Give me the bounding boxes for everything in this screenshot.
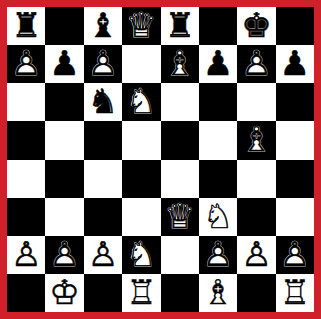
- square-b6[interactable]: [45, 83, 83, 121]
- piece-body: ♞: [88, 84, 118, 118]
- square-a6[interactable]: [7, 83, 45, 121]
- square-f3[interactable]: ♞♘: [199, 198, 237, 236]
- square-d5[interactable]: [122, 121, 160, 159]
- square-f2[interactable]: ♟♙: [199, 236, 237, 274]
- white-pawn: ♟♙: [199, 236, 237, 274]
- piece-outline: ♙: [241, 46, 271, 80]
- piece-outline: ♙: [88, 237, 118, 271]
- square-b3[interactable]: [45, 198, 83, 236]
- square-f7[interactable]: ♟: [199, 45, 237, 83]
- piece-outline: ♗: [164, 46, 194, 80]
- piece-outline: ♘: [126, 84, 156, 118]
- square-d7[interactable]: [122, 45, 160, 83]
- square-h5[interactable]: [276, 121, 314, 159]
- square-e2[interactable]: [161, 236, 199, 274]
- square-b7[interactable]: ♟: [45, 45, 83, 83]
- white-knight: ♞♘: [122, 236, 160, 274]
- white-pawn: ♟♙: [276, 236, 314, 274]
- piece-outline: ♖: [126, 275, 156, 309]
- piece-body: ♟: [280, 46, 310, 80]
- piece-outline: ♙: [203, 237, 233, 271]
- piece-body: ♟: [49, 46, 79, 80]
- black-rook: ♜: [7, 7, 45, 45]
- piece-outline: ♕: [126, 8, 156, 42]
- square-h1[interactable]: ♜♖: [276, 274, 314, 312]
- white-knight: ♞♘: [199, 198, 237, 236]
- square-h3[interactable]: [276, 198, 314, 236]
- square-b2[interactable]: ♟♙: [45, 236, 83, 274]
- white-bishop: ♝♗: [237, 121, 275, 159]
- white-king: ♚♔: [45, 274, 83, 312]
- square-c2[interactable]: ♟♙: [84, 236, 122, 274]
- square-a8[interactable]: ♜: [7, 7, 45, 45]
- square-h8[interactable]: [276, 7, 314, 45]
- piece-outline: ♔: [49, 275, 79, 309]
- white-queen: ♛♕: [122, 7, 160, 45]
- piece-outline: ♙: [49, 237, 79, 271]
- piece-body: ♜: [11, 8, 41, 42]
- square-g8[interactable]: ♚: [237, 7, 275, 45]
- white-bishop: ♝♗: [199, 274, 237, 312]
- piece-outline: ♘: [126, 237, 156, 271]
- square-d4[interactable]: [122, 160, 160, 198]
- piece-outline: ♕: [164, 199, 194, 233]
- square-c7[interactable]: ♟♙: [84, 45, 122, 83]
- square-a3[interactable]: [7, 198, 45, 236]
- white-pawn: ♟♙: [84, 45, 122, 83]
- square-b5[interactable]: [45, 121, 83, 159]
- square-e5[interactable]: [161, 121, 199, 159]
- piece-body: ♟: [203, 46, 233, 80]
- square-g6[interactable]: [237, 83, 275, 121]
- piece-outline: ♙: [88, 46, 118, 80]
- white-knight: ♞♘: [122, 83, 160, 121]
- black-bishop: ♝: [84, 7, 122, 45]
- piece-outline: ♙: [11, 237, 41, 271]
- board-frame: ♜♝♛♕♜♚♟♙♟♟♙♝♗♟♟♙♟♞♞♘♝♗♛♕♞♘♟♙♟♙♟♙♞♘♟♙♟♙♟♙…: [0, 0, 321, 319]
- piece-body: ♚: [241, 8, 271, 42]
- white-pawn: ♟♙: [84, 236, 122, 274]
- white-pawn: ♟♙: [237, 45, 275, 83]
- black-king: ♚: [237, 7, 275, 45]
- square-h7[interactable]: ♟: [276, 45, 314, 83]
- square-d2[interactable]: ♞♘: [122, 236, 160, 274]
- black-knight: ♞: [84, 83, 122, 121]
- square-g4[interactable]: [237, 160, 275, 198]
- piece-outline: ♙: [280, 237, 310, 271]
- piece-body: ♜: [164, 8, 194, 42]
- piece-body: ♝: [88, 8, 118, 42]
- square-d6[interactable]: ♞♘: [122, 83, 160, 121]
- white-pawn: ♟♙: [45, 236, 83, 274]
- square-c5[interactable]: [84, 121, 122, 159]
- square-d8[interactable]: ♛♕: [122, 7, 160, 45]
- square-a1[interactable]: [7, 274, 45, 312]
- white-queen: ♛♕: [161, 198, 199, 236]
- black-rook: ♜: [161, 7, 199, 45]
- square-f6[interactable]: [199, 83, 237, 121]
- square-a5[interactable]: [7, 121, 45, 159]
- square-c3[interactable]: [84, 198, 122, 236]
- square-e6[interactable]: [161, 83, 199, 121]
- square-c1[interactable]: [84, 274, 122, 312]
- square-f4[interactable]: [199, 160, 237, 198]
- white-pawn: ♟♙: [7, 236, 45, 274]
- square-g2[interactable]: ♟♙: [237, 236, 275, 274]
- square-c4[interactable]: [84, 160, 122, 198]
- square-h4[interactable]: [276, 160, 314, 198]
- square-e4[interactable]: [161, 160, 199, 198]
- square-f1[interactable]: ♝♗: [199, 274, 237, 312]
- square-g3[interactable]: [237, 198, 275, 236]
- square-b1[interactable]: ♚♔: [45, 274, 83, 312]
- square-a7[interactable]: ♟♙: [7, 45, 45, 83]
- square-f8[interactable]: [199, 7, 237, 45]
- square-d3[interactable]: [122, 198, 160, 236]
- square-g1[interactable]: [237, 274, 275, 312]
- white-pawn: ♟♙: [237, 236, 275, 274]
- square-b8[interactable]: [45, 7, 83, 45]
- square-b4[interactable]: [45, 160, 83, 198]
- piece-outline: ♗: [203, 275, 233, 309]
- square-h6[interactable]: [276, 83, 314, 121]
- piece-outline: ♖: [280, 275, 310, 309]
- square-e8[interactable]: ♜: [161, 7, 199, 45]
- square-e7[interactable]: ♝♗: [161, 45, 199, 83]
- white-rook: ♜♖: [122, 274, 160, 312]
- piece-outline: ♙: [241, 237, 271, 271]
- square-h2[interactable]: ♟♙: [276, 236, 314, 274]
- white-rook: ♜♖: [276, 274, 314, 312]
- black-pawn: ♟: [199, 45, 237, 83]
- black-pawn: ♟: [276, 45, 314, 83]
- square-g5[interactable]: ♝♗: [237, 121, 275, 159]
- white-pawn: ♟♙: [7, 45, 45, 83]
- chess-board: ♜♝♛♕♜♚♟♙♟♟♙♝♗♟♟♙♟♞♞♘♝♗♛♕♞♘♟♙♟♙♟♙♞♘♟♙♟♙♟♙…: [7, 7, 314, 312]
- square-e3[interactable]: ♛♕: [161, 198, 199, 236]
- piece-outline: ♙: [11, 46, 41, 80]
- square-c6[interactable]: ♞: [84, 83, 122, 121]
- square-a2[interactable]: ♟♙: [7, 236, 45, 274]
- square-f5[interactable]: [199, 121, 237, 159]
- square-g7[interactable]: ♟♙: [237, 45, 275, 83]
- black-pawn: ♟: [45, 45, 83, 83]
- piece-outline: ♘: [203, 199, 233, 233]
- white-bishop: ♝♗: [161, 45, 199, 83]
- square-d1[interactable]: ♜♖: [122, 274, 160, 312]
- square-e1[interactable]: [161, 274, 199, 312]
- square-a4[interactable]: [7, 160, 45, 198]
- square-c8[interactable]: ♝: [84, 7, 122, 45]
- piece-outline: ♗: [241, 122, 271, 156]
